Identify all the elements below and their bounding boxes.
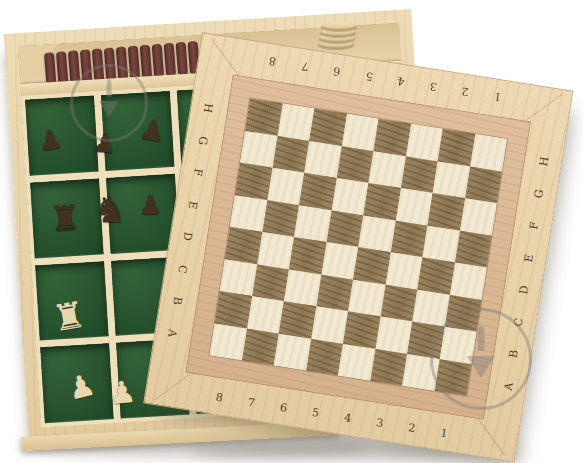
square-d6	[289, 237, 326, 274]
coordinate-label: E	[511, 245, 546, 270]
square-h5	[341, 114, 378, 151]
chess-piece-dark-pawn: ♟	[92, 129, 117, 157]
square-c8	[220, 259, 257, 296]
frame-miter-line	[154, 372, 192, 400]
square-b5	[311, 306, 348, 343]
square-d7	[257, 232, 294, 269]
coordinate-label: G	[521, 181, 556, 206]
coordinate-label: 4	[383, 69, 418, 94]
square-g6	[304, 141, 341, 178]
square-h4	[374, 119, 411, 156]
square-b6	[279, 301, 316, 338]
square-f1	[460, 198, 497, 235]
square-b8	[215, 291, 252, 328]
coordinate-label: H	[191, 96, 226, 121]
coordinate-label: 3	[362, 410, 397, 435]
coordinate-label: 7	[234, 390, 269, 415]
square-g2	[433, 161, 470, 198]
coordinate-label: F	[180, 160, 215, 185]
square-e4	[358, 215, 395, 252]
coordinate-label: A	[491, 374, 526, 399]
coordinate-label: G	[185, 128, 220, 153]
coordinate-label: 6	[266, 395, 301, 420]
square-f2	[428, 193, 465, 230]
chess-piece-light-pawn: ♟	[65, 370, 98, 406]
square-e1	[455, 230, 492, 267]
coordinate-label: C	[501, 309, 536, 334]
chess-piece-dark-rook: ♜	[49, 200, 82, 236]
square-c7	[252, 264, 289, 301]
square-b2	[407, 321, 444, 358]
square-e8	[230, 195, 267, 232]
square-d4	[353, 247, 390, 284]
square-a5	[306, 338, 343, 375]
square-a3	[370, 348, 407, 385]
coordinate-label: A	[155, 320, 190, 345]
board-margin	[186, 74, 532, 420]
board-grid	[210, 98, 507, 395]
chess-board: 87654321 87654321 HGFEDCBA HGFEDCBA	[143, 32, 573, 462]
square-f7	[267, 168, 304, 205]
frame-miter-line	[211, 39, 239, 77]
square-f6	[299, 173, 336, 210]
coordinate-label: 6	[319, 59, 354, 84]
square-f3	[395, 188, 432, 225]
square-a1	[434, 359, 471, 396]
coordinate-label: D	[170, 224, 205, 249]
coordinate-label: B	[160, 288, 195, 313]
square-c1	[444, 294, 481, 331]
square-e7	[262, 200, 299, 237]
square-a4	[338, 343, 375, 380]
square-d2	[417, 257, 454, 294]
square-d8	[225, 227, 262, 264]
square-g3	[401, 156, 438, 193]
square-b7	[247, 296, 284, 333]
chess-piece-dark-pawn: ♟	[139, 192, 162, 218]
chess-piece-dark-pawn: ♟	[138, 115, 168, 147]
coordinate-label: 3	[415, 74, 450, 99]
product-photo-scene: ♟♟♟♜♞♟♜♟♟ 87654321 87654321 HGFEDCBA HGF…	[0, 0, 583, 463]
frame-miter-line	[524, 94, 562, 122]
square-g4	[368, 151, 405, 188]
square-c6	[284, 269, 321, 306]
coordinate-label: 5	[351, 64, 386, 89]
coordinate-label: 2	[448, 79, 483, 104]
coordinate-label: E	[175, 192, 210, 217]
square-b3	[375, 316, 412, 353]
square-f4	[363, 183, 400, 220]
chess-piece-dark-pawn: ♟	[37, 125, 64, 154]
square-a2	[402, 354, 439, 391]
chess-piece-dark-knight: ♞	[94, 192, 126, 228]
square-a6	[274, 333, 311, 370]
frame-miter-line	[477, 418, 505, 456]
square-b4	[343, 311, 380, 348]
square-d3	[385, 252, 422, 289]
square-h2	[438, 129, 475, 166]
square-g5	[336, 146, 373, 183]
square-h7	[277, 103, 314, 140]
square-h6	[309, 109, 346, 146]
square-h3	[406, 124, 443, 161]
square-f5	[331, 178, 368, 215]
square-g7	[272, 136, 309, 173]
coordinate-label: H	[526, 149, 561, 174]
coordinate-label: 7	[287, 54, 322, 79]
square-c2	[412, 289, 449, 326]
square-e2	[422, 225, 459, 262]
square-f8	[235, 163, 272, 200]
square-c5	[316, 274, 353, 311]
coordinate-label: 2	[394, 415, 429, 440]
coordinate-label: D	[506, 277, 541, 302]
coordinate-label: F	[516, 213, 551, 238]
square-c4	[348, 279, 385, 316]
chess-piece-light-rook: ♜	[50, 296, 88, 337]
coordinate-label: 5	[298, 400, 333, 425]
coordinate-label: 1	[426, 420, 461, 445]
square-b1	[439, 327, 476, 364]
coordinate-label: 4	[330, 405, 365, 430]
square-h8	[245, 98, 282, 135]
square-e3	[390, 220, 427, 257]
coordinate-label: C	[165, 256, 200, 281]
square-a7	[242, 328, 279, 365]
square-d1	[449, 262, 486, 299]
chess-piece-light-pawn: ♟	[108, 377, 138, 410]
square-e6	[294, 205, 331, 242]
square-a8	[210, 323, 247, 360]
coordinate-label: B	[496, 342, 531, 367]
square-h1	[470, 134, 507, 171]
coordinate-label: 1	[480, 85, 515, 110]
light-checker-disc	[321, 22, 357, 31]
square-g1	[465, 166, 502, 203]
square-g8	[240, 130, 277, 167]
coordinate-label: 8	[202, 385, 237, 410]
coordinate-label: 8	[255, 49, 290, 74]
square-c3	[380, 284, 417, 321]
square-e5	[326, 210, 363, 247]
square-d5	[321, 242, 358, 279]
